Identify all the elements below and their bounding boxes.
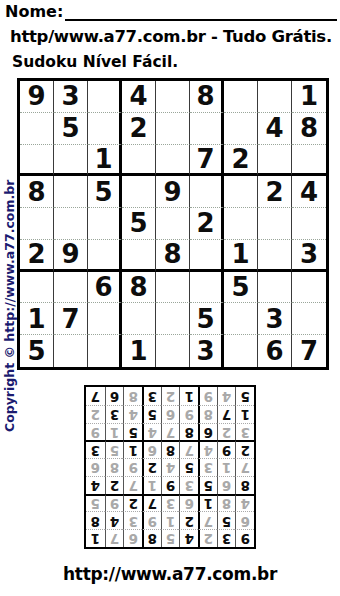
puzzle-cell-r8c3[interactable] <box>88 303 122 335</box>
puzzle-cell-r1c4[interactable]: 4 <box>122 81 156 113</box>
puzzle-cell-r6c1[interactable]: 2 <box>20 240 54 272</box>
solution-cell-r6c8: 5 <box>105 440 124 458</box>
solution-cell-r2c5: 1 <box>161 511 180 529</box>
name-underline <box>65 4 337 21</box>
solution-cell-r2c6: 9 <box>142 511 161 529</box>
puzzle-cell-r1c2[interactable]: 3 <box>54 81 88 113</box>
solution-cell-r1c3: 2 <box>198 529 217 547</box>
puzzle-cell-r2c4[interactable]: 2 <box>122 113 156 145</box>
puzzle-cell-r7c2[interactable] <box>54 272 88 304</box>
puzzle-cell-r5c1[interactable] <box>20 208 54 240</box>
solution-cell-r6c5: 8 <box>161 440 180 458</box>
solution-cell-r9c2: 4 <box>217 387 236 405</box>
puzzle-cell-r8c4[interactable] <box>122 303 156 335</box>
solution-cell-r5c7: 9 <box>123 458 142 476</box>
puzzle-cell-r6c2[interactable]: 9 <box>54 240 88 272</box>
solution-cell-r1c2: 3 <box>217 529 236 547</box>
puzzle-cell-r9c1[interactable]: 5 <box>20 335 54 367</box>
puzzle-cell-r9c2[interactable] <box>54 335 88 367</box>
solution-cell-r3c9: 5 <box>86 494 105 512</box>
solution-cell-r4c3: 5 <box>198 476 217 494</box>
solution-cell-r1c6: 8 <box>142 529 161 547</box>
solution-cell-r3c4: 6 <box>179 494 198 512</box>
puzzle-cell-r4c4[interactable] <box>122 176 156 208</box>
solution-cell-r3c7: 2 <box>123 494 142 512</box>
solution-cell-r7c5: 7 <box>161 423 180 441</box>
puzzle-cell-r4c5[interactable]: 9 <box>156 176 190 208</box>
puzzle-cell-r7c1[interactable] <box>20 272 54 304</box>
puzzle-cell-r3c3[interactable]: 1 <box>88 145 122 177</box>
solution-cell-r6c4: 7 <box>179 440 198 458</box>
puzzle-cell-r6c7[interactable]: 1 <box>224 240 258 272</box>
puzzle-cell-r5c5[interactable] <box>156 208 190 240</box>
solution-cell-r2c4: 2 <box>179 511 198 529</box>
puzzle-cell-r6c5[interactable]: 8 <box>156 240 190 272</box>
solution-cell-r3c3: 1 <box>198 494 217 512</box>
puzzle-cell-r8c5[interactable] <box>156 303 190 335</box>
sudoku-puzzle-grid: 934815248172859245229813685175351367 <box>17 78 329 370</box>
puzzle-cell-r5c2[interactable] <box>54 208 88 240</box>
solution-cell-r8c8: 3 <box>105 405 124 423</box>
solution-cell-r9c5: 2 <box>161 387 180 405</box>
puzzle-cell-r2c5[interactable] <box>156 113 190 145</box>
puzzle-cell-r4c2[interactable] <box>54 176 88 208</box>
puzzle-cell-r2c9[interactable]: 8 <box>292 113 326 145</box>
puzzle-cell-r9c6[interactable]: 3 <box>190 335 224 367</box>
puzzle-cell-r4c3[interactable]: 5 <box>88 176 122 208</box>
puzzle-cell-r5c3[interactable] <box>88 208 122 240</box>
solution-cell-r7c7: 5 <box>123 423 142 441</box>
solution-cell-r9c9: 7 <box>86 387 105 405</box>
puzzle-cell-r1c3[interactable] <box>88 81 122 113</box>
puzzle-cell-r3c5[interactable] <box>156 145 190 177</box>
solution-cell-r1c4: 4 <box>179 529 198 547</box>
puzzle-cell-r9c3[interactable] <box>88 335 122 367</box>
puzzle-cell-r3c8[interactable] <box>258 145 292 177</box>
solution-cell-r7c1: 3 <box>235 423 254 441</box>
puzzle-cell-r1c8[interactable] <box>258 81 292 113</box>
solution-cell-r5c9: 6 <box>86 458 105 476</box>
puzzle-cell-r5c7[interactable] <box>224 208 258 240</box>
solution-cell-r9c8: 6 <box>105 387 124 405</box>
solution-cell-r7c3: 6 <box>198 423 217 441</box>
solution-cell-r4c6: 1 <box>142 476 161 494</box>
solution-cell-r2c9: 8 <box>86 511 105 529</box>
puzzle-cell-r1c1[interactable]: 9 <box>20 81 54 113</box>
puzzle-cell-r2c1[interactable] <box>20 113 54 145</box>
solution-cell-r8c2: 7 <box>217 405 236 423</box>
puzzle-cell-r7c9[interactable] <box>292 272 326 304</box>
puzzle-cell-r2c7[interactable] <box>224 113 258 145</box>
solution-cell-r8c9: 2 <box>86 405 105 423</box>
puzzle-cell-r5c8[interactable] <box>258 208 292 240</box>
solution-cell-r8c4: 9 <box>179 405 198 423</box>
solution-cell-r8c6: 5 <box>142 405 161 423</box>
puzzle-cell-r7c4[interactable]: 8 <box>122 272 156 304</box>
solution-cell-r3c8: 9 <box>105 494 124 512</box>
solution-cell-r4c2: 6 <box>217 476 236 494</box>
solution-cell-r4c7: 7 <box>123 476 142 494</box>
solution-cell-r5c8: 8 <box>105 458 124 476</box>
puzzle-cell-r2c2[interactable]: 5 <box>54 113 88 145</box>
solution-cell-r3c1: 4 <box>235 494 254 512</box>
site-headline: http/www.a77.com.br - Tudo Grátis. <box>10 27 332 46</box>
solution-cell-r7c6: 4 <box>142 423 161 441</box>
puzzle-cell-r9c5[interactable] <box>156 335 190 367</box>
solution-cell-r6c7: 1 <box>123 440 142 458</box>
solution-cell-r4c5: 9 <box>161 476 180 494</box>
footer-url: http://www.a77.com.br <box>0 564 340 584</box>
solution-cell-r4c1: 8 <box>235 476 254 494</box>
solution-cell-r2c2: 5 <box>217 511 236 529</box>
solution-cell-r5c6: 2 <box>142 458 161 476</box>
solution-cell-r8c5: 6 <box>161 405 180 423</box>
solution-cell-r7c9: 9 <box>86 423 105 441</box>
puzzle-cell-r8c1[interactable]: 1 <box>20 303 54 335</box>
solution-cell-r4c4: 3 <box>179 476 198 494</box>
puzzle-cell-r1c9[interactable]: 1 <box>292 81 326 113</box>
puzzle-cell-r4c6[interactable] <box>190 176 224 208</box>
puzzle-cell-r5c6[interactable]: 2 <box>190 208 224 240</box>
solution-cell-r2c7: 3 <box>123 511 142 529</box>
name-label: Nome: <box>5 3 63 21</box>
puzzle-cell-r5c4[interactable]: 5 <box>122 208 156 240</box>
puzzle-cell-r9c8[interactable]: 6 <box>258 335 292 367</box>
puzzle-cell-r6c8[interactable] <box>258 240 292 272</box>
puzzle-cell-r8c2[interactable]: 7 <box>54 303 88 335</box>
puzzle-cell-r6c6[interactable] <box>190 240 224 272</box>
solution-cell-r4c8: 2 <box>105 476 124 494</box>
puzzle-cell-r3c7[interactable]: 2 <box>224 145 258 177</box>
puzzle-cell-r7c7[interactable]: 5 <box>224 272 258 304</box>
solution-cell-r3c2: 8 <box>217 494 236 512</box>
name-row: Nome: <box>5 3 337 21</box>
solution-cell-r2c3: 7 <box>198 511 217 529</box>
solution-cell-r9c3: 9 <box>198 387 217 405</box>
solution-cell-r1c1: 9 <box>235 529 254 547</box>
puzzle-cell-r1c7[interactable] <box>224 81 258 113</box>
puzzle-cell-r4c9[interactable]: 4 <box>292 176 326 208</box>
solution-cell-r1c5: 5 <box>161 529 180 547</box>
puzzle-cell-r7c5[interactable] <box>156 272 190 304</box>
puzzle-cell-r3c9[interactable] <box>292 145 326 177</box>
puzzle-cell-r6c9[interactable]: 3 <box>292 240 326 272</box>
puzzle-cell-r3c6[interactable]: 7 <box>190 145 224 177</box>
puzzle-cell-r9c9[interactable]: 7 <box>292 335 326 367</box>
puzzle-cell-r5c9[interactable] <box>292 208 326 240</box>
puzzle-cell-r8c7[interactable] <box>224 303 258 335</box>
solution-cell-r1c8: 7 <box>105 529 124 547</box>
puzzle-cell-r7c3[interactable]: 6 <box>88 272 122 304</box>
puzzle-cell-r6c4[interactable] <box>122 240 156 272</box>
solution-cell-r8c1: 1 <box>235 405 254 423</box>
solution-cell-r1c9: 1 <box>86 529 105 547</box>
sudoku-print-page: Nome: http/www.a77.com.br - Tudo Grátis.… <box>0 0 340 596</box>
solution-cell-r9c1: 5 <box>235 387 254 405</box>
puzzle-cell-r1c6[interactable]: 8 <box>190 81 224 113</box>
solution-cell-r5c1: 7 <box>235 458 254 476</box>
solution-cell-r3c5: 3 <box>161 494 180 512</box>
solution-cell-r1c7: 6 <box>123 529 142 547</box>
solution-cell-r7c4: 8 <box>179 423 198 441</box>
solution-cell-r5c4: 5 <box>179 458 198 476</box>
solution-cell-r6c3: 4 <box>198 440 217 458</box>
solution-cell-r5c5: 4 <box>161 458 180 476</box>
puzzle-cell-r4c7[interactable] <box>224 176 258 208</box>
page-title: Sudoku Nível Fácil. <box>12 53 178 71</box>
solution-cell-r8c7: 4 <box>123 405 142 423</box>
solution-cell-r8c3: 8 <box>198 405 217 423</box>
puzzle-cell-r8c9[interactable] <box>292 303 326 335</box>
solution-cell-r6c2: 9 <box>217 440 236 458</box>
puzzle-cell-r9c7[interactable] <box>224 335 258 367</box>
solution-cell-r4c9: 4 <box>86 476 105 494</box>
copyright-vertical-text: Copyright © http://www.a77.com.br <box>2 148 18 432</box>
puzzle-cell-r3c4[interactable] <box>122 145 156 177</box>
puzzle-cell-r6c3[interactable] <box>88 240 122 272</box>
puzzle-cell-r1c5[interactable] <box>156 81 190 113</box>
solution-cell-r9c6: 3 <box>142 387 161 405</box>
sudoku-solution-grid-rotated: 9324586716572193484816372958653917247135… <box>84 385 256 549</box>
puzzle-cell-r4c8[interactable]: 2 <box>258 176 292 208</box>
puzzle-cell-r3c1[interactable] <box>20 145 54 177</box>
puzzle-cell-r2c3[interactable] <box>88 113 122 145</box>
puzzle-cell-r7c8[interactable] <box>258 272 292 304</box>
puzzle-cell-r2c6[interactable] <box>190 113 224 145</box>
solution-cell-r6c1: 2 <box>235 440 254 458</box>
solution-cell-r7c8: 1 <box>105 423 124 441</box>
puzzle-cell-r4c1[interactable]: 8 <box>20 176 54 208</box>
solution-cell-r5c3: 3 <box>198 458 217 476</box>
puzzle-cell-r7c6[interactable] <box>190 272 224 304</box>
puzzle-cell-r8c6[interactable]: 5 <box>190 303 224 335</box>
solution-cell-r9c4: 1 <box>179 387 198 405</box>
solution-cell-r7c2: 2 <box>217 423 236 441</box>
solution-cell-r9c7: 8 <box>123 387 142 405</box>
puzzle-cell-r8c8[interactable]: 3 <box>258 303 292 335</box>
solution-cell-r2c8: 4 <box>105 511 124 529</box>
puzzle-cell-r2c8[interactable]: 4 <box>258 113 292 145</box>
solution-cell-r2c1: 6 <box>235 511 254 529</box>
puzzle-cell-r3c2[interactable] <box>54 145 88 177</box>
solution-cell-r6c6: 6 <box>142 440 161 458</box>
solution-cell-r6c9: 3 <box>86 440 105 458</box>
solution-cell-r3c6: 7 <box>142 494 161 512</box>
solution-cell-r5c2: 1 <box>217 458 236 476</box>
puzzle-cell-r9c4[interactable]: 1 <box>122 335 156 367</box>
